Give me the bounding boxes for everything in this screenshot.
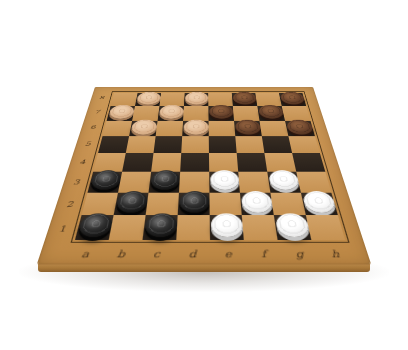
square-b1[interactable] bbox=[109, 215, 146, 240]
white-checker-g1[interactable] bbox=[274, 213, 310, 237]
light-wood-checker-b6[interactable] bbox=[130, 119, 157, 134]
rank-label-6: 6 bbox=[90, 125, 96, 130]
square-c6[interactable] bbox=[156, 120, 183, 136]
square-d3[interactable] bbox=[179, 172, 209, 192]
checkers-board: abcdefgh 87654321 bbox=[37, 87, 371, 265]
rank-label-3: 3 bbox=[73, 179, 80, 186]
square-a5[interactable] bbox=[98, 136, 129, 153]
square-b3[interactable] bbox=[118, 172, 151, 192]
square-d6[interactable] bbox=[182, 120, 209, 136]
square-a3[interactable] bbox=[88, 172, 122, 192]
white-checker-e1[interactable] bbox=[210, 213, 243, 237]
dark-wood-checker-e7[interactable] bbox=[209, 105, 234, 119]
square-c8[interactable] bbox=[159, 93, 184, 106]
black-checker-c3[interactable] bbox=[149, 171, 179, 190]
square-e6[interactable] bbox=[209, 120, 236, 136]
black-checker-c1[interactable] bbox=[143, 213, 177, 237]
light-wood-checker-d6[interactable] bbox=[183, 119, 208, 134]
square-g8[interactable] bbox=[255, 93, 281, 106]
square-g2[interactable] bbox=[270, 192, 305, 215]
rank-label-7: 7 bbox=[95, 110, 100, 115]
square-a1[interactable] bbox=[75, 215, 114, 240]
square-a8[interactable] bbox=[111, 93, 138, 106]
square-a4[interactable] bbox=[93, 153, 126, 172]
file-label-b: b bbox=[116, 249, 126, 259]
black-checker-b2[interactable] bbox=[115, 191, 148, 212]
square-c5[interactable] bbox=[153, 136, 182, 153]
rank-label-2: 2 bbox=[66, 201, 73, 209]
square-b4[interactable] bbox=[122, 153, 153, 172]
square-d8[interactable] bbox=[184, 93, 208, 106]
square-c4[interactable] bbox=[151, 153, 181, 172]
rank-label-5: 5 bbox=[85, 141, 91, 147]
square-b8[interactable] bbox=[135, 93, 161, 106]
square-d7[interactable] bbox=[183, 106, 208, 120]
square-e8[interactable] bbox=[208, 93, 233, 106]
square-h5[interactable] bbox=[288, 136, 320, 153]
square-a7[interactable] bbox=[107, 106, 135, 120]
white-checker-g3[interactable] bbox=[268, 171, 300, 190]
rank-label-1: 1 bbox=[58, 225, 66, 234]
square-h8[interactable] bbox=[279, 93, 306, 106]
file-label-g: g bbox=[294, 249, 304, 259]
square-g6[interactable] bbox=[259, 120, 288, 136]
square-d2[interactable] bbox=[178, 192, 210, 215]
square-f6[interactable] bbox=[234, 120, 262, 136]
square-f5[interactable] bbox=[235, 136, 264, 153]
dark-wood-checker-f6[interactable] bbox=[234, 119, 261, 134]
square-e5[interactable] bbox=[209, 136, 237, 153]
square-e4[interactable] bbox=[209, 153, 238, 172]
file-labels: abcdefgh bbox=[65, 245, 356, 264]
file-label-h: h bbox=[330, 249, 341, 259]
square-d4[interactable] bbox=[180, 153, 209, 172]
file-label-e: e bbox=[224, 249, 232, 259]
board-play-area bbox=[71, 91, 350, 242]
square-a2[interactable] bbox=[82, 192, 118, 215]
square-f4[interactable] bbox=[237, 153, 268, 172]
square-c7[interactable] bbox=[158, 106, 184, 120]
square-h1[interactable] bbox=[306, 215, 345, 240]
square-e3[interactable] bbox=[209, 172, 240, 192]
file-label-a: a bbox=[80, 249, 90, 259]
light-wood-checker-c7[interactable] bbox=[158, 105, 183, 119]
square-e1[interactable] bbox=[210, 215, 244, 240]
product-photo-stage: abcdefgh 87654321 bbox=[0, 0, 408, 350]
square-e2[interactable] bbox=[209, 192, 241, 215]
square-f7[interactable] bbox=[233, 106, 260, 120]
light-wood-checker-b8[interactable] bbox=[136, 92, 161, 105]
square-g7[interactable] bbox=[257, 106, 285, 120]
dark-wood-checker-h8[interactable] bbox=[279, 92, 305, 105]
square-g5[interactable] bbox=[262, 136, 292, 153]
rank-label-8: 8 bbox=[99, 96, 104, 101]
file-label-c: c bbox=[153, 249, 161, 259]
square-b6[interactable] bbox=[129, 120, 158, 136]
square-c2[interactable] bbox=[146, 192, 179, 215]
square-h7[interactable] bbox=[282, 106, 311, 120]
square-c3[interactable] bbox=[149, 172, 181, 192]
light-wood-checker-a7[interactable] bbox=[108, 105, 135, 119]
dark-wood-checker-h6[interactable] bbox=[285, 119, 314, 134]
dark-wood-checker-g7[interactable] bbox=[258, 105, 285, 119]
white-checker-h2[interactable] bbox=[301, 191, 336, 212]
square-h2[interactable] bbox=[301, 192, 338, 215]
square-f3[interactable] bbox=[238, 172, 270, 192]
square-h6[interactable] bbox=[285, 120, 315, 136]
black-checker-a3[interactable] bbox=[89, 171, 122, 190]
light-wood-checker-d8[interactable] bbox=[184, 92, 207, 105]
square-b7[interactable] bbox=[132, 106, 159, 120]
square-c1[interactable] bbox=[142, 215, 177, 240]
file-label-d: d bbox=[188, 249, 196, 259]
file-label-f: f bbox=[261, 249, 267, 259]
square-d1[interactable] bbox=[176, 215, 210, 240]
square-a6[interactable] bbox=[103, 120, 133, 136]
square-g3[interactable] bbox=[267, 172, 301, 192]
rank-label-4: 4 bbox=[79, 159, 85, 165]
white-checker-f2[interactable] bbox=[240, 191, 272, 212]
square-g4[interactable] bbox=[264, 153, 296, 172]
black-checker-a1[interactable] bbox=[76, 213, 113, 237]
square-e7[interactable] bbox=[208, 106, 234, 120]
square-f2[interactable] bbox=[240, 192, 274, 215]
square-b2[interactable] bbox=[114, 192, 149, 215]
dark-wood-checker-f8[interactable] bbox=[232, 92, 257, 105]
square-b5[interactable] bbox=[126, 136, 156, 153]
board-grid bbox=[75, 93, 345, 240]
square-h3[interactable] bbox=[296, 172, 331, 192]
black-checker-d2[interactable] bbox=[178, 191, 209, 212]
square-h4[interactable] bbox=[292, 153, 325, 172]
square-f8[interactable] bbox=[232, 93, 258, 106]
white-checker-e3[interactable] bbox=[210, 171, 239, 190]
square-d5[interactable] bbox=[181, 136, 209, 153]
square-f1[interactable] bbox=[242, 215, 278, 240]
